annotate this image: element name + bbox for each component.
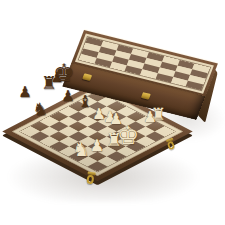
piece-dark-bishop: ♝ bbox=[78, 94, 92, 110]
piece-dark-pawn: ♟ bbox=[61, 89, 74, 104]
piece-light-rook: ♜ bbox=[106, 131, 122, 149]
clasp-ring bbox=[86, 174, 94, 184]
piece-light-pawn: ♟ bbox=[90, 138, 104, 154]
piece-light-knight: ♞ bbox=[72, 140, 89, 159]
piece-dark-pawn: ♟ bbox=[18, 85, 31, 100]
brass-clasp-icon bbox=[86, 172, 96, 185]
pieces-layer: ♟♚♜♟♟♝♞♟♜♟♟♟♚♜♟♞ bbox=[0, 0, 225, 225]
piece-dark-knight: ♞ bbox=[32, 101, 47, 118]
piece-light-pawn: ♟ bbox=[143, 110, 156, 125]
product-photo-chess-set: ♟♚♜♟♟♝♞♟♜♟♟♟♚♜♟♞ bbox=[0, 0, 225, 225]
piece-dark-rook: ♜ bbox=[41, 74, 57, 92]
